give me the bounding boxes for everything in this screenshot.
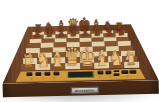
black-pawn-f7[interactable]: ♟ <box>93 27 101 38</box>
control-button-right-2[interactable] <box>105 71 112 75</box>
strip-reflection <box>126 74 130 79</box>
strip-reflection <box>30 76 34 81</box>
control-button-left-4[interactable] <box>53 72 60 76</box>
black-pawn-a7[interactable]: ♟ <box>33 29 41 40</box>
strip-reflection <box>41 76 45 81</box>
white-rook-a1[interactable]: ♜ <box>22 54 34 71</box>
white-knight-g1[interactable]: ♞ <box>109 48 124 69</box>
control-button-right-4[interactable] <box>130 70 137 74</box>
control-button-left-1[interactable] <box>26 72 33 76</box>
control-button-left-2[interactable] <box>35 72 42 76</box>
control-button-right-3[interactable] <box>122 70 129 74</box>
chess-computer: MILLENNIUM ♜♞♝♛♚♝♞♜♟♟♟♟♟♟♟♟♟♟♟♟♟♟♟♟♜♞♝♛♚… <box>0 0 159 102</box>
strip-reflection <box>98 74 102 79</box>
lcd-display <box>68 71 93 77</box>
black-pawn-e7[interactable]: ♟ <box>81 28 89 39</box>
strip-reflection <box>109 74 113 79</box>
black-pawn-h7[interactable]: ♟ <box>117 27 125 38</box>
white-knight-b1[interactable]: ♞ <box>35 50 50 71</box>
control-button-right-1[interactable] <box>97 71 104 75</box>
control-button-left-3[interactable] <box>44 72 51 76</box>
strip-reflection <box>52 76 56 81</box>
black-pawn-c7[interactable]: ♟ <box>57 28 65 39</box>
white-rook-h1[interactable]: ♜ <box>125 52 137 69</box>
black-pawn-g7[interactable]: ♟ <box>105 27 113 38</box>
product-photo-chess-computer: MILLENNIUM ♜♞♝♛♚♝♞♜♟♟♟♟♟♟♟♟♟♟♟♟♟♟♟♟♜♞♝♛♚… <box>0 0 159 102</box>
black-pawn-b7[interactable]: ♟ <box>45 28 53 39</box>
black-pawn-d7[interactable]: ♟ <box>69 28 77 39</box>
white-bishop-f1[interactable]: ♝ <box>94 48 110 70</box>
control-button-down[interactable] <box>113 73 119 76</box>
